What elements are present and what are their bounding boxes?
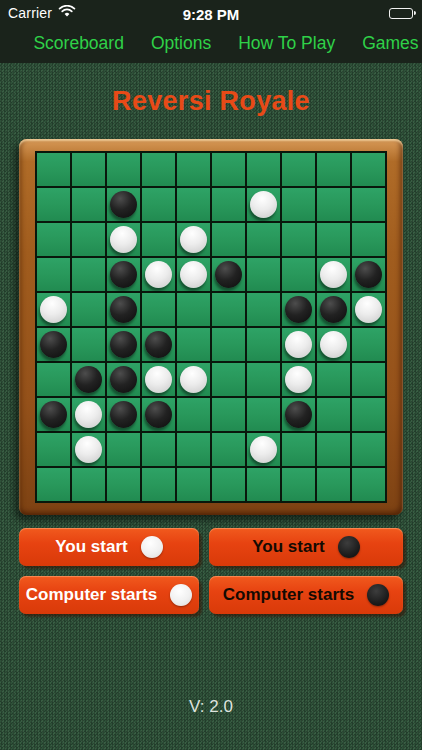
board-cell-r9-c6[interactable] [247,468,280,501]
board-cell-r5-c6[interactable] [247,328,280,361]
board-cell-r9-c4[interactable] [177,468,210,501]
board-cell-r7-c5[interactable] [212,398,245,431]
board-cell-r5-c4[interactable] [177,328,210,361]
board-cell-r2-c8[interactable] [317,223,350,256]
board-cell-r0-c7[interactable] [282,153,315,186]
board-cell-r9-c3[interactable] [142,468,175,501]
black-disc [215,261,242,288]
board-cell-r6-c3[interactable] [142,363,175,396]
board-cell-r8-c2[interactable] [107,433,140,466]
white-disc [180,226,207,253]
menu-item-scoreboard[interactable]: Scoreboard [33,33,123,54]
board-cell-r8-c5[interactable] [212,433,245,466]
board-cell-r0-c6[interactable] [247,153,280,186]
board-cell-r7-c2[interactable] [107,398,140,431]
board-cell-r9-c0[interactable] [37,468,70,501]
board-cell-r5-c7[interactable] [282,328,315,361]
version-label: V: 2.0 [0,697,422,717]
board-frame [19,139,403,515]
black-disc [110,296,137,323]
board-cell-r8-c0[interactable] [37,433,70,466]
board-cell-r7-c1[interactable] [72,398,105,431]
board-cell-r2-c3[interactable] [142,223,175,256]
board-cell-r8-c9[interactable] [352,433,385,466]
board-grid [35,151,387,503]
computer-starts-white-button[interactable]: Computer starts [19,576,199,614]
board-cell-r0-c9[interactable] [352,153,385,186]
board-cell-r4-c1[interactable] [72,293,105,326]
board-cell-r3-c7[interactable] [282,258,315,291]
board-cell-r9-c2[interactable] [107,468,140,501]
board-cell-r5-c8[interactable] [317,328,350,361]
black-disc [145,401,172,428]
board-cell-r5-c0[interactable] [37,328,70,361]
board-cell-r0-c3[interactable] [142,153,175,186]
black-disc [110,261,137,288]
board-cell-r0-c0[interactable] [37,153,70,186]
board-cell-r1-c0[interactable] [37,188,70,221]
board-cell-r2-c1[interactable] [72,223,105,256]
white-disc-icon [141,536,163,558]
you-start-black-button[interactable]: You start [209,528,403,566]
black-disc [75,366,102,393]
board-cell-r6-c4[interactable] [177,363,210,396]
board-cell-r5-c3[interactable] [142,328,175,361]
board-cell-r6-c5[interactable] [212,363,245,396]
start-button-label: You start [252,537,324,557]
board-cell-r6-c6[interactable] [247,363,280,396]
board-cell-r1-c6[interactable] [247,188,280,221]
board-cell-r3-c1[interactable] [72,258,105,291]
board-cell-r1-c9[interactable] [352,188,385,221]
board-cell-r9-c7[interactable] [282,468,315,501]
white-disc [75,436,102,463]
white-disc [355,296,382,323]
white-disc [250,191,277,218]
white-disc [145,366,172,393]
carrier-label: Carrier [8,5,52,21]
board-cell-r4-c5[interactable] [212,293,245,326]
white-disc [250,436,277,463]
board-cell-r1-c7[interactable] [282,188,315,221]
white-disc [320,331,347,358]
battery-icon [389,8,416,19]
computer-starts-black-button[interactable]: Computer starts [209,576,403,614]
board-cell-r6-c2[interactable] [107,363,140,396]
white-disc [180,366,207,393]
board-cell-r3-c9[interactable] [352,258,385,291]
board-cell-r5-c1[interactable] [72,328,105,361]
black-disc [110,366,137,393]
board-cell-r2-c2[interactable] [107,223,140,256]
black-disc-icon [338,536,360,558]
board-cell-r2-c4[interactable] [177,223,210,256]
white-disc [320,261,347,288]
board-cell-r0-c2[interactable] [107,153,140,186]
black-disc [110,401,137,428]
board-cell-r0-c1[interactable] [72,153,105,186]
board-cell-r8-c6[interactable] [247,433,280,466]
white-disc [145,261,172,288]
board-cell-r4-c6[interactable] [247,293,280,326]
board-cell-r0-c8[interactable] [317,153,350,186]
black-disc [40,331,67,358]
board-cell-r4-c9[interactable] [352,293,385,326]
board-cell-r1-c5[interactable] [212,188,245,221]
board-cell-r3-c4[interactable] [177,258,210,291]
white-disc-icon [170,584,192,606]
board-cell-r7-c8[interactable] [317,398,350,431]
board-cell-r4-c8[interactable] [317,293,350,326]
black-disc [145,331,172,358]
board-cell-r2-c7[interactable] [282,223,315,256]
board-cell-r7-c3[interactable] [142,398,175,431]
board-cell-r6-c8[interactable] [317,363,350,396]
board-cell-r1-c4[interactable] [177,188,210,221]
white-disc [285,331,312,358]
board-cell-r6-c0[interactable] [37,363,70,396]
board-cell-r6-c9[interactable] [352,363,385,396]
board-cell-r7-c9[interactable] [352,398,385,431]
start-button-label: Computer starts [223,585,354,605]
white-disc [110,226,137,253]
board-cell-r7-c0[interactable] [37,398,70,431]
app-header: Carrier 9:28 PM Scoreboard Options How T… [0,0,422,63]
board-cell-r4-c2[interactable] [107,293,140,326]
board-cell-r9-c8[interactable] [317,468,350,501]
board-cell-r0-c5[interactable] [212,153,245,186]
board-cell-r7-c4[interactable] [177,398,210,431]
black-disc [40,401,67,428]
board-cell-r3-c3[interactable] [142,258,175,291]
board-cell-r4-c7[interactable] [282,293,315,326]
board-cell-r3-c8[interactable] [317,258,350,291]
board-cell-r6-c1[interactable] [72,363,105,396]
board-cell-r9-c1[interactable] [72,468,105,501]
you-start-white-button[interactable]: You start [19,528,199,566]
board-cell-r7-c7[interactable] [282,398,315,431]
board-cell-r7-c6[interactable] [247,398,280,431]
menu-item-options[interactable]: Options [151,33,211,54]
start-button-label: You start [55,537,127,557]
white-disc [285,366,312,393]
board-cell-r0-c4[interactable] [177,153,210,186]
board-cell-r5-c9[interactable] [352,328,385,361]
board-cell-r4-c0[interactable] [37,293,70,326]
black-disc [110,331,137,358]
board-cell-r2-c0[interactable] [37,223,70,256]
black-disc [285,401,312,428]
board-cell-r8-c1[interactable] [72,433,105,466]
board-cell-r9-c5[interactable] [212,468,245,501]
start-button-grid: You startYou startComputer startsCompute… [19,528,403,614]
menu-item-how-to-play[interactable]: How To Play [238,33,335,54]
white-disc [75,401,102,428]
board-cell-r3-c0[interactable] [37,258,70,291]
board-cell-r4-c4[interactable] [177,293,210,326]
board-cell-r6-c7[interactable] [282,363,315,396]
board-cell-r1-c8[interactable] [317,188,350,221]
board-cell-r3-c2[interactable] [107,258,140,291]
board-cell-r1-c2[interactable] [107,188,140,221]
board-cell-r1-c3[interactable] [142,188,175,221]
board-cell-r8-c8[interactable] [317,433,350,466]
board-cell-r3-c6[interactable] [247,258,280,291]
page-title: Reversi Royale [0,86,422,117]
board-cell-r9-c9[interactable] [352,468,385,501]
black-disc-icon [367,584,389,606]
black-disc [355,261,382,288]
black-disc [285,296,312,323]
board-cell-r4-c3[interactable] [142,293,175,326]
board-cell-r1-c1[interactable] [72,188,105,221]
start-button-label: Computer starts [26,585,157,605]
board-cell-r2-c5[interactable] [212,223,245,256]
status-bar: Carrier 9:28 PM [0,0,422,24]
white-disc [180,261,207,288]
black-disc [110,191,137,218]
board-cell-r2-c9[interactable] [352,223,385,256]
board-cell-r8-c3[interactable] [142,433,175,466]
black-disc [320,296,347,323]
board-cell-r8-c7[interactable] [282,433,315,466]
board-cell-r8-c4[interactable] [177,433,210,466]
reversi-royale-app: { "game": "reversi", "board_size": "10x1… [0,0,422,750]
board-cell-r5-c2[interactable] [107,328,140,361]
board-cell-r5-c5[interactable] [212,328,245,361]
wifi-icon [58,4,76,22]
board-cell-r2-c6[interactable] [247,223,280,256]
white-disc [40,296,67,323]
menu-bar: Scoreboard Options How To Play Games [0,24,422,62]
menu-item-games[interactable]: Games [362,33,418,54]
board-cell-r3-c5[interactable] [212,258,245,291]
